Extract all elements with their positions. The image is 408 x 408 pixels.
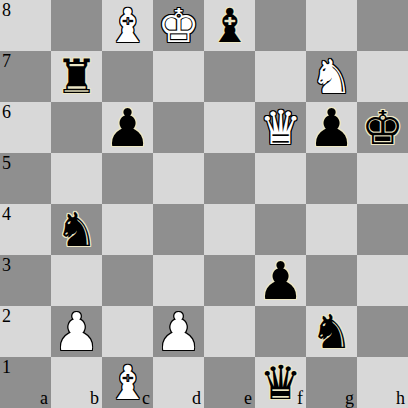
square-c4[interactable] bbox=[102, 204, 153, 255]
file-label-f: f bbox=[297, 389, 303, 407]
square-b4[interactable]: ♞ bbox=[51, 204, 102, 255]
square-a3[interactable]: 3 bbox=[0, 255, 51, 306]
black-rook[interactable]: ♜ bbox=[51, 51, 102, 102]
square-h2[interactable] bbox=[357, 306, 408, 357]
square-c7[interactable] bbox=[102, 51, 153, 102]
square-h8[interactable] bbox=[357, 0, 408, 51]
square-f8[interactable] bbox=[255, 0, 306, 51]
square-c6[interactable]: ♟ bbox=[102, 102, 153, 153]
rank-label-8: 8 bbox=[2, 1, 11, 19]
rank-label-7: 7 bbox=[2, 52, 11, 70]
square-b8[interactable] bbox=[51, 0, 102, 51]
chess-board: 8♝♚♝7♜♞6♟♛♟♚54♞3♟2♟♟♞1abc♝def♛gh bbox=[0, 0, 408, 408]
white-knight[interactable]: ♞ bbox=[306, 51, 357, 102]
black-knight[interactable]: ♞ bbox=[306, 306, 357, 357]
square-g2[interactable]: ♞ bbox=[306, 306, 357, 357]
square-f1[interactable]: f♛ bbox=[255, 357, 306, 408]
square-a5[interactable]: 5 bbox=[0, 153, 51, 204]
file-label-d: d bbox=[192, 389, 201, 407]
square-d3[interactable] bbox=[153, 255, 204, 306]
file-label-g: g bbox=[345, 389, 354, 407]
rank-label-1: 1 bbox=[2, 358, 11, 376]
square-g4[interactable] bbox=[306, 204, 357, 255]
square-e6[interactable] bbox=[204, 102, 255, 153]
square-d8[interactable]: ♚ bbox=[153, 0, 204, 51]
square-h3[interactable] bbox=[357, 255, 408, 306]
file-label-e: e bbox=[244, 389, 252, 407]
file-label-h: h bbox=[396, 389, 405, 407]
square-b5[interactable] bbox=[51, 153, 102, 204]
rank-label-2: 2 bbox=[2, 307, 11, 325]
black-pawn[interactable]: ♟ bbox=[306, 102, 357, 153]
square-b2[interactable]: ♟ bbox=[51, 306, 102, 357]
rank-label-4: 4 bbox=[2, 205, 11, 223]
square-h6[interactable]: ♚ bbox=[357, 102, 408, 153]
black-knight[interactable]: ♞ bbox=[51, 204, 102, 255]
square-e7[interactable] bbox=[204, 51, 255, 102]
rank-label-6: 6 bbox=[2, 103, 11, 121]
square-b6[interactable] bbox=[51, 102, 102, 153]
square-e4[interactable] bbox=[204, 204, 255, 255]
file-label-c: c bbox=[142, 389, 150, 407]
square-d5[interactable] bbox=[153, 153, 204, 204]
square-f4[interactable] bbox=[255, 204, 306, 255]
square-b1[interactable]: b bbox=[51, 357, 102, 408]
square-g8[interactable] bbox=[306, 0, 357, 51]
square-g7[interactable]: ♞ bbox=[306, 51, 357, 102]
square-f3[interactable]: ♟ bbox=[255, 255, 306, 306]
white-pawn[interactable]: ♟ bbox=[51, 306, 102, 357]
square-c8[interactable]: ♝ bbox=[102, 0, 153, 51]
black-king[interactable]: ♚ bbox=[357, 102, 408, 153]
square-e2[interactable] bbox=[204, 306, 255, 357]
square-f2[interactable] bbox=[255, 306, 306, 357]
black-pawn[interactable]: ♟ bbox=[255, 255, 306, 306]
file-label-b: b bbox=[90, 389, 99, 407]
rank-label-3: 3 bbox=[2, 256, 11, 274]
black-bishop[interactable]: ♝ bbox=[204, 0, 255, 51]
white-king[interactable]: ♚ bbox=[153, 0, 204, 51]
square-d6[interactable] bbox=[153, 102, 204, 153]
square-h5[interactable] bbox=[357, 153, 408, 204]
square-h1[interactable]: h bbox=[357, 357, 408, 408]
square-a1[interactable]: 1a bbox=[0, 357, 51, 408]
square-g5[interactable] bbox=[306, 153, 357, 204]
square-d2[interactable]: ♟ bbox=[153, 306, 204, 357]
square-g6[interactable]: ♟ bbox=[306, 102, 357, 153]
square-d7[interactable] bbox=[153, 51, 204, 102]
square-d4[interactable] bbox=[153, 204, 204, 255]
square-g1[interactable]: g bbox=[306, 357, 357, 408]
square-f5[interactable] bbox=[255, 153, 306, 204]
square-c3[interactable] bbox=[102, 255, 153, 306]
square-c2[interactable] bbox=[102, 306, 153, 357]
square-a2[interactable]: 2 bbox=[0, 306, 51, 357]
square-f6[interactable]: ♛ bbox=[255, 102, 306, 153]
square-d1[interactable]: d bbox=[153, 357, 204, 408]
square-f7[interactable] bbox=[255, 51, 306, 102]
square-e8[interactable]: ♝ bbox=[204, 0, 255, 51]
square-h4[interactable] bbox=[357, 204, 408, 255]
rank-label-5: 5 bbox=[2, 154, 11, 172]
square-c1[interactable]: c♝ bbox=[102, 357, 153, 408]
square-a6[interactable]: 6 bbox=[0, 102, 51, 153]
square-g3[interactable] bbox=[306, 255, 357, 306]
white-queen[interactable]: ♛ bbox=[255, 102, 306, 153]
file-label-a: a bbox=[40, 389, 48, 407]
square-b7[interactable]: ♜ bbox=[51, 51, 102, 102]
square-e3[interactable] bbox=[204, 255, 255, 306]
square-b3[interactable] bbox=[51, 255, 102, 306]
square-e1[interactable]: e bbox=[204, 357, 255, 408]
black-pawn[interactable]: ♟ bbox=[102, 102, 153, 153]
white-pawn[interactable]: ♟ bbox=[153, 306, 204, 357]
white-bishop[interactable]: ♝ bbox=[102, 0, 153, 51]
square-a4[interactable]: 4 bbox=[0, 204, 51, 255]
square-a8[interactable]: 8 bbox=[0, 0, 51, 51]
square-a7[interactable]: 7 bbox=[0, 51, 51, 102]
square-h7[interactable] bbox=[357, 51, 408, 102]
square-c5[interactable] bbox=[102, 153, 153, 204]
square-e5[interactable] bbox=[204, 153, 255, 204]
